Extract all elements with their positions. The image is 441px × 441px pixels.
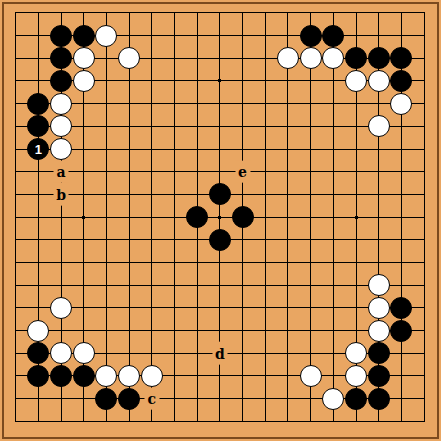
board-intersection[interactable] xyxy=(413,410,436,433)
board-intersection[interactable] xyxy=(209,206,232,229)
board-intersection[interactable] xyxy=(345,138,368,161)
board-intersection[interactable] xyxy=(390,70,413,93)
board-intersection[interactable] xyxy=(140,2,163,25)
board-intersection[interactable] xyxy=(118,2,141,25)
board-intersection[interactable] xyxy=(254,319,277,342)
board-intersection[interactable] xyxy=(367,160,390,183)
board-intersection[interactable] xyxy=(345,47,368,70)
board-intersection[interactable] xyxy=(27,183,50,206)
board-intersection[interactable] xyxy=(390,115,413,138)
board-intersection[interactable] xyxy=(254,115,277,138)
board-intersection[interactable] xyxy=(72,342,95,365)
board-intersection[interactable] xyxy=(322,319,345,342)
board-intersection[interactable] xyxy=(50,115,73,138)
board-intersection[interactable]: a xyxy=(50,160,73,183)
board-intersection[interactable] xyxy=(163,251,186,274)
board-intersection[interactable] xyxy=(4,183,27,206)
board-intersection[interactable] xyxy=(163,138,186,161)
board-intersection[interactable] xyxy=(277,206,300,229)
board-intersection[interactable] xyxy=(209,138,232,161)
board-intersection[interactable] xyxy=(50,387,73,410)
board-intersection[interactable] xyxy=(140,47,163,70)
board-intersection[interactable] xyxy=(95,115,118,138)
board-intersection[interactable] xyxy=(299,115,322,138)
board-intersection[interactable] xyxy=(27,296,50,319)
board-intersection[interactable] xyxy=(95,296,118,319)
board-intersection[interactable] xyxy=(4,47,27,70)
board-intersection[interactable] xyxy=(186,92,209,115)
board-intersection[interactable] xyxy=(299,274,322,297)
board-intersection[interactable] xyxy=(186,24,209,47)
board-intersection[interactable] xyxy=(345,365,368,388)
board-intersection[interactable] xyxy=(4,274,27,297)
board-intersection[interactable] xyxy=(345,24,368,47)
board-intersection[interactable] xyxy=(140,70,163,93)
board-intersection[interactable]: c xyxy=(140,387,163,410)
board-intersection[interactable] xyxy=(277,296,300,319)
board-intersection[interactable] xyxy=(231,92,254,115)
board-intersection[interactable] xyxy=(50,24,73,47)
board-intersection[interactable] xyxy=(299,228,322,251)
board-intersection[interactable] xyxy=(345,274,368,297)
board-intersection[interactable] xyxy=(254,274,277,297)
board-intersection[interactable] xyxy=(163,24,186,47)
board-intersection[interactable] xyxy=(299,342,322,365)
board-intersection[interactable] xyxy=(140,274,163,297)
board-intersection[interactable] xyxy=(322,47,345,70)
board-intersection[interactable] xyxy=(299,410,322,433)
board-intersection[interactable] xyxy=(163,296,186,319)
board-intersection[interactable] xyxy=(4,387,27,410)
board-intersection[interactable] xyxy=(390,365,413,388)
board-intersection[interactable] xyxy=(95,319,118,342)
board-intersection[interactable] xyxy=(72,274,95,297)
board-intersection[interactable] xyxy=(299,183,322,206)
board-intersection[interactable] xyxy=(140,342,163,365)
board-intersection[interactable] xyxy=(27,115,50,138)
board-intersection[interactable] xyxy=(254,206,277,229)
board-intersection[interactable] xyxy=(72,92,95,115)
board-intersection[interactable] xyxy=(140,319,163,342)
board-intersection[interactable] xyxy=(367,24,390,47)
board-intersection[interactable] xyxy=(231,296,254,319)
board-intersection[interactable] xyxy=(231,251,254,274)
board-intersection[interactable] xyxy=(277,251,300,274)
board-intersection[interactable] xyxy=(50,410,73,433)
board-intersection[interactable] xyxy=(27,228,50,251)
board-intersection[interactable] xyxy=(254,24,277,47)
board-intersection[interactable] xyxy=(277,70,300,93)
board-intersection[interactable] xyxy=(209,319,232,342)
board-intersection[interactable] xyxy=(140,24,163,47)
board-intersection[interactable] xyxy=(140,115,163,138)
board-intersection[interactable] xyxy=(163,228,186,251)
board-intersection[interactable] xyxy=(27,274,50,297)
board-intersection[interactable] xyxy=(277,138,300,161)
board-intersection[interactable] xyxy=(27,92,50,115)
board-intersection[interactable] xyxy=(254,92,277,115)
board-intersection[interactable] xyxy=(95,342,118,365)
board-intersection[interactable] xyxy=(345,228,368,251)
board-intersection[interactable] xyxy=(390,319,413,342)
board-intersection[interactable] xyxy=(209,92,232,115)
board-intersection[interactable] xyxy=(209,115,232,138)
board-intersection[interactable] xyxy=(4,228,27,251)
board-intersection[interactable] xyxy=(4,342,27,365)
board-intersection[interactable] xyxy=(390,160,413,183)
board-intersection[interactable] xyxy=(413,138,436,161)
board-intersection[interactable] xyxy=(140,92,163,115)
board-intersection[interactable] xyxy=(118,183,141,206)
board-intersection[interactable] xyxy=(95,206,118,229)
board-intersection[interactable] xyxy=(231,47,254,70)
board-intersection[interactable] xyxy=(367,115,390,138)
board-intersection[interactable] xyxy=(118,319,141,342)
board-intersection[interactable] xyxy=(50,296,73,319)
board-intersection[interactable] xyxy=(299,2,322,25)
board-intersection[interactable] xyxy=(95,138,118,161)
board-intersection[interactable] xyxy=(299,251,322,274)
board-intersection[interactable] xyxy=(27,410,50,433)
board-intersection[interactable] xyxy=(413,387,436,410)
board-intersection[interactable] xyxy=(163,115,186,138)
board-intersection[interactable] xyxy=(254,183,277,206)
board-intersection[interactable] xyxy=(140,183,163,206)
board-intersection[interactable] xyxy=(390,228,413,251)
board-intersection[interactable] xyxy=(118,274,141,297)
board-intersection[interactable] xyxy=(413,183,436,206)
board-intersection[interactable] xyxy=(50,206,73,229)
board-intersection[interactable] xyxy=(27,206,50,229)
board-intersection[interactable] xyxy=(50,92,73,115)
board-intersection[interactable] xyxy=(186,251,209,274)
board-intersection[interactable] xyxy=(322,92,345,115)
board-intersection[interactable] xyxy=(277,92,300,115)
board-intersection[interactable] xyxy=(390,138,413,161)
board-intersection[interactable] xyxy=(186,274,209,297)
board-intersection[interactable] xyxy=(140,251,163,274)
board-intersection[interactable] xyxy=(390,410,413,433)
board-intersection[interactable] xyxy=(390,92,413,115)
board-intersection[interactable] xyxy=(231,2,254,25)
board-intersection[interactable] xyxy=(50,70,73,93)
board-intersection[interactable] xyxy=(95,24,118,47)
board-intersection[interactable] xyxy=(72,115,95,138)
board-intersection[interactable] xyxy=(209,228,232,251)
board-intersection[interactable] xyxy=(186,296,209,319)
board-intersection[interactable] xyxy=(50,47,73,70)
board-intersection[interactable] xyxy=(367,206,390,229)
board-intersection[interactable] xyxy=(140,206,163,229)
board-intersection[interactable] xyxy=(322,365,345,388)
board-intersection[interactable]: b xyxy=(50,183,73,206)
board-intersection[interactable] xyxy=(209,387,232,410)
board-intersection[interactable] xyxy=(72,138,95,161)
board-intersection[interactable] xyxy=(72,206,95,229)
board-intersection[interactable] xyxy=(95,70,118,93)
board-intersection[interactable] xyxy=(254,365,277,388)
board-intersection[interactable] xyxy=(72,70,95,93)
board-intersection[interactable] xyxy=(277,342,300,365)
board-intersection[interactable] xyxy=(186,70,209,93)
board-intersection[interactable] xyxy=(254,70,277,93)
board-intersection[interactable] xyxy=(95,387,118,410)
board-intersection[interactable] xyxy=(254,138,277,161)
board-intersection[interactable] xyxy=(231,206,254,229)
board-intersection[interactable] xyxy=(413,274,436,297)
board-intersection[interactable] xyxy=(209,70,232,93)
board-intersection[interactable] xyxy=(140,296,163,319)
board-intersection[interactable] xyxy=(254,2,277,25)
board-intersection[interactable] xyxy=(390,2,413,25)
board-intersection[interactable] xyxy=(186,410,209,433)
board-intersection[interactable] xyxy=(413,92,436,115)
board-intersection[interactable] xyxy=(367,138,390,161)
board-intersection[interactable] xyxy=(140,410,163,433)
board-intersection[interactable] xyxy=(345,410,368,433)
board-intersection[interactable] xyxy=(209,160,232,183)
board-intersection[interactable] xyxy=(390,296,413,319)
board-intersection[interactable] xyxy=(72,160,95,183)
board-intersection[interactable] xyxy=(95,92,118,115)
board-intersection[interactable] xyxy=(322,228,345,251)
board-intersection[interactable] xyxy=(95,410,118,433)
board-intersection[interactable] xyxy=(345,251,368,274)
board-intersection[interactable] xyxy=(27,319,50,342)
board-intersection[interactable] xyxy=(322,387,345,410)
board-intersection[interactable] xyxy=(50,274,73,297)
board-intersection[interactable] xyxy=(345,183,368,206)
board-intersection[interactable] xyxy=(72,410,95,433)
board-intersection[interactable] xyxy=(186,319,209,342)
board-intersection[interactable] xyxy=(254,228,277,251)
board-intersection[interactable] xyxy=(163,160,186,183)
board-intersection[interactable] xyxy=(140,160,163,183)
board-intersection[interactable] xyxy=(322,115,345,138)
board-intersection[interactable] xyxy=(322,2,345,25)
board-intersection[interactable] xyxy=(413,296,436,319)
board-intersection[interactable] xyxy=(231,342,254,365)
board-intersection[interactable] xyxy=(231,70,254,93)
board-intersection[interactable] xyxy=(322,183,345,206)
board-intersection[interactable] xyxy=(299,206,322,229)
board-intersection[interactable] xyxy=(140,138,163,161)
board-intersection[interactable] xyxy=(140,365,163,388)
board-intersection[interactable] xyxy=(118,410,141,433)
board-intersection[interactable] xyxy=(367,296,390,319)
board-intersection[interactable] xyxy=(163,274,186,297)
board-intersection[interactable] xyxy=(95,183,118,206)
board-intersection[interactable] xyxy=(118,70,141,93)
board-intersection[interactable] xyxy=(345,160,368,183)
board-intersection[interactable] xyxy=(345,387,368,410)
board-intersection[interactable] xyxy=(231,274,254,297)
board-intersection[interactable] xyxy=(254,160,277,183)
board-intersection[interactable] xyxy=(27,342,50,365)
board-intersection[interactable] xyxy=(27,70,50,93)
board-intersection[interactable] xyxy=(390,24,413,47)
board-intersection[interactable] xyxy=(163,342,186,365)
board-intersection[interactable] xyxy=(231,138,254,161)
board-intersection[interactable] xyxy=(72,183,95,206)
board-intersection[interactable] xyxy=(345,342,368,365)
board-intersection[interactable] xyxy=(95,47,118,70)
board-intersection[interactable] xyxy=(322,251,345,274)
board-intersection[interactable] xyxy=(322,70,345,93)
board-intersection[interactable] xyxy=(118,228,141,251)
board-intersection[interactable] xyxy=(95,2,118,25)
board-intersection[interactable] xyxy=(95,228,118,251)
board-intersection[interactable] xyxy=(4,251,27,274)
board-intersection[interactable] xyxy=(95,160,118,183)
board-intersection[interactable] xyxy=(413,206,436,229)
board-intersection[interactable] xyxy=(72,365,95,388)
board-intersection[interactable] xyxy=(367,365,390,388)
board-intersection[interactable] xyxy=(345,296,368,319)
board-intersection[interactable] xyxy=(367,342,390,365)
board-intersection[interactable] xyxy=(413,251,436,274)
board-intersection[interactable] xyxy=(277,365,300,388)
board-intersection[interactable] xyxy=(367,319,390,342)
board-intersection[interactable] xyxy=(254,410,277,433)
board-intersection[interactable] xyxy=(299,92,322,115)
board-intersection[interactable] xyxy=(4,296,27,319)
board-intersection[interactable] xyxy=(413,160,436,183)
board-intersection[interactable] xyxy=(72,2,95,25)
board-intersection[interactable] xyxy=(299,387,322,410)
board-intersection[interactable]: d xyxy=(209,342,232,365)
board-intersection[interactable] xyxy=(163,387,186,410)
board-intersection[interactable] xyxy=(209,47,232,70)
board-intersection[interactable] xyxy=(413,70,436,93)
board-intersection[interactable] xyxy=(4,206,27,229)
board-intersection[interactable] xyxy=(209,251,232,274)
board-intersection[interactable] xyxy=(186,342,209,365)
board-intersection[interactable] xyxy=(390,206,413,229)
board-intersection[interactable] xyxy=(27,365,50,388)
board-intersection[interactable] xyxy=(163,319,186,342)
board-intersection[interactable] xyxy=(322,342,345,365)
board-intersection[interactable] xyxy=(50,319,73,342)
board-intersection[interactable] xyxy=(277,274,300,297)
board-intersection[interactable] xyxy=(186,138,209,161)
board-intersection[interactable] xyxy=(50,365,73,388)
board-intersection[interactable] xyxy=(4,92,27,115)
board-intersection[interactable] xyxy=(163,47,186,70)
board-intersection[interactable] xyxy=(390,47,413,70)
board-intersection[interactable] xyxy=(277,24,300,47)
board-intersection[interactable] xyxy=(345,2,368,25)
board-intersection[interactable] xyxy=(72,296,95,319)
board-intersection[interactable]: e xyxy=(231,160,254,183)
board-intersection[interactable] xyxy=(72,387,95,410)
board-intersection[interactable] xyxy=(231,115,254,138)
board-intersection[interactable] xyxy=(95,365,118,388)
board-intersection[interactable] xyxy=(50,228,73,251)
board-intersection[interactable] xyxy=(322,274,345,297)
board-intersection[interactable] xyxy=(95,274,118,297)
board-intersection[interactable] xyxy=(299,319,322,342)
board-intersection[interactable] xyxy=(413,319,436,342)
board-intersection[interactable] xyxy=(390,387,413,410)
board-intersection[interactable] xyxy=(50,2,73,25)
board-intersection[interactable] xyxy=(118,206,141,229)
board-intersection[interactable] xyxy=(322,138,345,161)
board-intersection[interactable] xyxy=(118,342,141,365)
board-intersection[interactable] xyxy=(118,138,141,161)
board-intersection[interactable] xyxy=(231,319,254,342)
board-intersection[interactable] xyxy=(209,2,232,25)
board-intersection[interactable] xyxy=(231,24,254,47)
board-intersection[interactable] xyxy=(186,115,209,138)
board-intersection[interactable] xyxy=(254,296,277,319)
board-intersection[interactable] xyxy=(163,2,186,25)
board-intersection[interactable] xyxy=(299,70,322,93)
board-intersection[interactable] xyxy=(118,365,141,388)
board-intersection[interactable] xyxy=(186,387,209,410)
board-intersection[interactable] xyxy=(209,274,232,297)
board-intersection[interactable] xyxy=(367,274,390,297)
board-intersection[interactable] xyxy=(367,410,390,433)
board-intersection[interactable] xyxy=(27,160,50,183)
board-intersection[interactable] xyxy=(277,115,300,138)
board-intersection[interactable] xyxy=(322,160,345,183)
board-intersection[interactable] xyxy=(4,365,27,388)
board-intersection[interactable] xyxy=(277,228,300,251)
board-intersection[interactable] xyxy=(209,365,232,388)
board-intersection[interactable] xyxy=(231,183,254,206)
board-intersection[interactable] xyxy=(186,365,209,388)
board-intersection[interactable] xyxy=(299,47,322,70)
board-intersection[interactable] xyxy=(367,228,390,251)
board-intersection[interactable] xyxy=(322,410,345,433)
board-intersection[interactable] xyxy=(277,183,300,206)
board-intersection[interactable] xyxy=(72,251,95,274)
board-intersection[interactable] xyxy=(254,342,277,365)
board-intersection[interactable] xyxy=(4,70,27,93)
board-intersection[interactable] xyxy=(4,2,27,25)
board-intersection[interactable] xyxy=(277,387,300,410)
board-intersection[interactable] xyxy=(209,296,232,319)
board-intersection[interactable] xyxy=(163,206,186,229)
board-intersection[interactable] xyxy=(163,183,186,206)
board-intersection[interactable] xyxy=(231,228,254,251)
board-intersection[interactable] xyxy=(72,319,95,342)
board-intersection[interactable] xyxy=(277,47,300,70)
board-intersection[interactable] xyxy=(322,296,345,319)
board-intersection[interactable] xyxy=(299,160,322,183)
board-intersection[interactable] xyxy=(118,160,141,183)
board-intersection[interactable] xyxy=(367,183,390,206)
board-intersection[interactable] xyxy=(413,365,436,388)
board-intersection[interactable] xyxy=(322,206,345,229)
board-intersection[interactable] xyxy=(209,24,232,47)
board-intersection[interactable] xyxy=(95,251,118,274)
board-intersection[interactable] xyxy=(367,92,390,115)
board-intersection[interactable] xyxy=(413,115,436,138)
board-intersection[interactable] xyxy=(390,183,413,206)
board-intersection[interactable] xyxy=(413,342,436,365)
board-intersection[interactable] xyxy=(413,47,436,70)
board-intersection[interactable] xyxy=(118,296,141,319)
board-intersection[interactable] xyxy=(118,115,141,138)
board-intersection[interactable] xyxy=(186,2,209,25)
board-intersection[interactable] xyxy=(186,206,209,229)
board-intersection[interactable] xyxy=(322,24,345,47)
board-intersection[interactable] xyxy=(27,387,50,410)
board-intersection[interactable] xyxy=(277,319,300,342)
board-intersection[interactable] xyxy=(299,365,322,388)
